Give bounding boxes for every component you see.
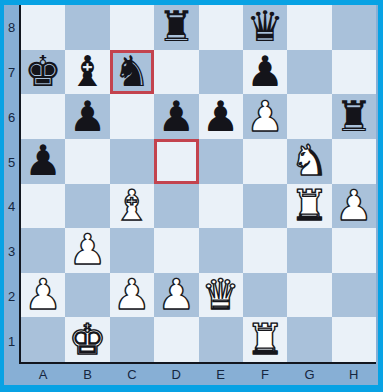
rank-label-2: 2 [4,274,19,319]
square-d2[interactable]: ♟ [154,273,198,318]
rank-label-7: 7 [4,50,19,95]
square-a8[interactable] [21,5,65,50]
square-e1[interactable] [199,317,243,362]
white-pawn-a2: ♟ [24,273,62,317]
square-a4[interactable] [21,184,65,229]
white-rook-g4: ♜ [291,184,329,228]
white-king-b1: ♚ [69,318,107,362]
square-g6[interactable] [287,94,331,139]
white-pawn-b3: ♟ [69,228,107,272]
square-a7[interactable]: ♚ [21,50,65,95]
file-label-b: B [65,364,109,385]
square-g1[interactable] [287,317,331,362]
square-b7[interactable]: ♝ [65,50,109,95]
square-d6[interactable]: ♟ [154,94,198,139]
square-f1[interactable]: ♜ [243,317,287,362]
black-rook-h6: ♜ [335,95,373,139]
square-c8[interactable] [110,5,154,50]
black-queen-f8: ♛ [246,5,284,49]
square-d1[interactable] [154,317,198,362]
square-d3[interactable] [154,228,198,273]
square-f4[interactable] [243,184,287,229]
white-pawn-h4: ♟ [335,184,373,228]
black-pawn-f7: ♟ [246,50,284,94]
square-e7[interactable] [199,50,243,95]
file-label-d: D [154,364,198,385]
white-rook-f1: ♜ [246,318,284,362]
board-panel: 87654321 ♜♛♚♝♞♟♟♟♟♟♜♟♞♝♜♟♟♟♟♟♛♚♜ ABCDEFG… [4,5,378,385]
square-e5[interactable] [199,139,243,184]
file-label-e: E [199,364,243,385]
file-label-h: H [332,364,376,385]
black-bishop-b7: ♝ [69,50,107,94]
black-pawn-e6: ♟ [202,95,240,139]
white-pawn-f6: ♟ [246,95,284,139]
corner-spacer [4,364,19,385]
square-c4[interactable]: ♝ [110,184,154,229]
square-d4[interactable] [154,184,198,229]
square-f2[interactable] [243,273,287,318]
file-label-c: C [110,364,154,385]
square-d5[interactable] [154,139,198,184]
black-king-a7: ♚ [24,50,62,94]
square-b8[interactable] [65,5,109,50]
square-g7[interactable] [287,50,331,95]
square-e3[interactable] [199,228,243,273]
white-bishop-c4: ♝ [113,184,151,228]
rank-label-5: 5 [4,140,19,185]
black-rook-d8: ♜ [157,5,195,49]
black-pawn-a5: ♟ [24,139,62,183]
square-h8[interactable] [332,5,376,50]
rank-label-1: 1 [4,319,19,364]
square-h2[interactable] [332,273,376,318]
square-h1[interactable] [332,317,376,362]
white-queen-e2: ♛ [202,273,240,317]
square-c6[interactable] [110,94,154,139]
rank-label-3: 3 [4,229,19,274]
file-label-a: A [21,364,65,385]
square-a2[interactable]: ♟ [21,273,65,318]
square-f7[interactable]: ♟ [243,50,287,95]
square-c5[interactable] [110,139,154,184]
black-pawn-d6: ♟ [157,95,195,139]
square-c7[interactable]: ♞ [110,50,154,95]
white-pawn-d2: ♟ [157,273,195,317]
file-labels: ABCDEFGH [19,364,376,385]
white-knight-g5: ♞ [291,139,329,183]
rank-label-8: 8 [4,5,19,50]
square-b3[interactable]: ♟ [65,228,109,273]
square-g2[interactable] [287,273,331,318]
file-label-g: G [287,364,331,385]
square-a3[interactable] [21,228,65,273]
square-e8[interactable] [199,5,243,50]
square-g8[interactable] [287,5,331,50]
square-c3[interactable] [110,228,154,273]
file-label-f: F [243,364,287,385]
square-f5[interactable] [243,139,287,184]
chess-app-window: 87654321 ♜♛♚♝♞♟♟♟♟♟♜♟♞♝♜♟♟♟♟♟♛♚♜ ABCDEFG… [0,0,383,392]
square-g4[interactable]: ♜ [287,184,331,229]
black-pawn-b6: ♟ [69,95,107,139]
square-c2[interactable]: ♟ [110,273,154,318]
square-a6[interactable] [21,94,65,139]
square-f6[interactable]: ♟ [243,94,287,139]
square-d8[interactable]: ♜ [154,5,198,50]
square-h7[interactable] [332,50,376,95]
square-h6[interactable]: ♜ [332,94,376,139]
rank-label-6: 6 [4,95,19,140]
square-b5[interactable] [65,139,109,184]
square-h4[interactable]: ♟ [332,184,376,229]
square-b2[interactable] [65,273,109,318]
black-knight-c7: ♞ [113,50,151,94]
square-e6[interactable]: ♟ [199,94,243,139]
chess-board: ♜♛♚♝♞♟♟♟♟♟♜♟♞♝♜♟♟♟♟♟♛♚♜ [19,5,376,364]
square-f8[interactable]: ♛ [243,5,287,50]
white-pawn-c2: ♟ [113,273,151,317]
square-h3[interactable] [332,228,376,273]
square-g3[interactable] [287,228,331,273]
square-b1[interactable]: ♚ [65,317,109,362]
square-a5[interactable]: ♟ [21,139,65,184]
square-d7[interactable] [154,50,198,95]
square-e4[interactable] [199,184,243,229]
square-e2[interactable]: ♛ [199,273,243,318]
square-f3[interactable] [243,228,287,273]
square-b6[interactable]: ♟ [65,94,109,139]
square-h5[interactable] [332,139,376,184]
rank-label-4: 4 [4,185,19,230]
square-c1[interactable] [110,317,154,362]
rank-labels: 87654321 [4,5,19,364]
square-g5[interactable]: ♞ [287,139,331,184]
square-a1[interactable] [21,317,65,362]
square-b4[interactable] [65,184,109,229]
